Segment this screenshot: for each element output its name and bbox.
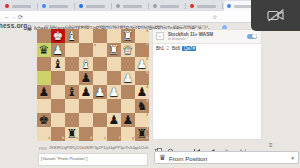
square-d2[interactable] (79, 113, 93, 127)
browser-tab[interactable] (150, 1, 186, 11)
square-d1[interactable]: d (79, 127, 93, 141)
square-b4[interactable] (51, 85, 65, 99)
black-queen: ♛ (37, 43, 51, 57)
move-token[interactable]: Bd6 (172, 46, 180, 51)
file-coordinate: f (119, 137, 120, 141)
variant-select-label: From Position (169, 155, 207, 162)
square-h8[interactable]: 8 (135, 29, 149, 43)
square-c8[interactable]: ♝ (65, 29, 79, 43)
square-f7[interactable]: ♜ (107, 43, 121, 57)
rank-coordinate: 1 (146, 128, 148, 132)
tab-favicon (190, 4, 194, 8)
square-h1[interactable]: ♜1h (135, 127, 149, 141)
square-f1[interactable]: f (107, 127, 121, 141)
tab-favicon (227, 4, 231, 8)
square-h4[interactable]: ♟4 (135, 85, 149, 99)
file-coordinate: a (48, 137, 50, 141)
square-d3[interactable] (79, 99, 93, 113)
fen-row: FEN 1KB3R1/qP3RQ1/1b1B3P/3p2P1/p1bpPP1p/… (39, 146, 151, 152)
square-b6[interactable]: ♝ (51, 57, 65, 71)
square-d6[interactable]: ♝ (79, 57, 93, 71)
tab-separator (222, 3, 223, 9)
white-bishop: ♝ (65, 29, 79, 43)
toggle-knob (252, 34, 256, 38)
black-pawn: ♟ (79, 85, 93, 99)
camera-off-icon (266, 8, 286, 23)
square-g2[interactable]: ♟ (121, 113, 135, 127)
square-e5[interactable] (93, 71, 107, 85)
black-pawn: ♟ (37, 85, 51, 99)
square-d8[interactable] (79, 29, 93, 43)
file-coordinate: c (76, 137, 78, 141)
browser-tab[interactable] (187, 1, 223, 11)
square-e4[interactable]: ♟ (93, 85, 107, 99)
square-c1[interactable]: ♜c (65, 127, 79, 141)
square-a5[interactable] (37, 71, 51, 85)
pgn-text: [Variant "From Position"] (41, 156, 87, 161)
square-g8[interactable]: ♜ (121, 29, 135, 43)
move-token[interactable]: Bh1 (156, 46, 164, 51)
tab-favicon (79, 4, 83, 8)
chevron-down-icon: ▾ (291, 155, 294, 161)
rank-coordinate: 3 (146, 100, 148, 104)
engine-eval: – (156, 32, 164, 40)
square-a6[interactable] (37, 57, 51, 71)
tab-title-skeleton (123, 5, 142, 8)
engine-mode: in browser (168, 37, 186, 41)
engine-name: Stockfish 11+ WASM (168, 32, 213, 37)
move-list: Bh12.Bd6Qa7# (156, 46, 198, 51)
white-rook: ♜ (107, 43, 121, 57)
square-b5[interactable] (51, 71, 65, 85)
analysis-controls: ≡ (152, 141, 300, 150)
square-e3[interactable] (93, 99, 107, 113)
site-logo[interactable]: lichess.org (0, 22, 28, 29)
square-a3[interactable] (37, 99, 51, 113)
bookmark-star-icon[interactable]: ☆ (212, 13, 217, 21)
move-hint-dot (94, 44, 96, 46)
square-h3[interactable]: ♞3 (135, 99, 149, 113)
tab-title-skeleton (49, 5, 68, 8)
square-h6[interactable]: ♟6 (135, 57, 149, 71)
square-f6[interactable] (107, 57, 121, 71)
square-e8[interactable] (93, 29, 107, 43)
square-g4[interactable] (121, 85, 135, 99)
file-coordinate: e (104, 137, 106, 141)
queen-piece-icon: ♛ (159, 154, 166, 162)
rank-coordinate: 2 (146, 114, 148, 118)
tab-title-skeleton (197, 5, 216, 8)
browser-tab[interactable] (39, 1, 75, 11)
rank-coordinate: 8 (146, 30, 148, 34)
rank-coordinate: 6 (146, 58, 148, 62)
browser-tab[interactable] (76, 1, 112, 11)
white-pawn: ♟ (107, 85, 121, 99)
square-c2[interactable] (65, 113, 79, 127)
chess-board: ♚♝♜8♛♟♜♛7♝♝♟6♟♟5♟♝♟♟♟♟4♞3♚♟♟2ab♜cdefg♜1h (37, 29, 149, 141)
file-coordinate: d (90, 137, 92, 141)
square-d5[interactable]: ♟ (79, 71, 93, 85)
black-king: ♚ (37, 113, 51, 127)
square-g5[interactable]: ♟ (121, 71, 135, 85)
tab-separator (37, 3, 38, 9)
square-c6[interactable] (65, 57, 79, 71)
white-pawn: ♟ (121, 71, 135, 85)
black-bishop: ♝ (51, 57, 65, 71)
tab-favicon (42, 4, 46, 8)
square-b8[interactable]: ♚ (51, 29, 65, 43)
variant-select[interactable]: ♛ From Position ▾ (154, 151, 299, 164)
square-a8[interactable] (37, 29, 51, 43)
white-bishop: ♝ (79, 57, 93, 71)
square-c7[interactable] (65, 43, 79, 57)
square-c4[interactable]: ♝ (65, 85, 79, 99)
square-d4[interactable]: ♟ (79, 85, 93, 99)
fen-input[interactable]: 1KB3R1/qP3RQ1/1b1B3P/3p2P1/p1bpPP1p/7n/k… (49, 146, 149, 150)
tab-title-skeleton (86, 5, 105, 8)
back-icon[interactable]: ← (4, 13, 10, 21)
square-h7[interactable]: 7 (135, 43, 149, 57)
tab-favicon (5, 4, 9, 8)
tab-title-skeleton (160, 5, 179, 8)
square-h2[interactable]: 2 (135, 113, 149, 127)
square-a4[interactable]: ♟ (37, 85, 51, 99)
reload-icon[interactable]: ⟳ (18, 13, 23, 21)
file-coordinate: b (62, 137, 64, 141)
white-rook: ♜ (121, 29, 135, 43)
white-king: ♚ (51, 29, 65, 43)
black-pawn: ♟ (79, 71, 93, 85)
square-a2[interactable]: ♚ (37, 113, 51, 127)
square-f4[interactable]: ♟ (107, 85, 121, 99)
browser-tab[interactable] (113, 1, 149, 11)
file-coordinate: h (146, 137, 148, 141)
square-g1[interactable]: g (121, 127, 135, 141)
square-f5[interactable] (107, 71, 121, 85)
black-pawn: ♟ (107, 113, 121, 127)
square-e6[interactable] (93, 57, 107, 71)
black-bishop: ♝ (65, 85, 79, 99)
square-e2[interactable] (93, 113, 107, 127)
tab-favicon (153, 4, 157, 8)
square-a1[interactable]: a (37, 127, 51, 141)
fen-label: FEN (39, 146, 47, 151)
square-c5[interactable] (65, 71, 79, 85)
camera-off-overlay (251, 0, 300, 31)
rank-coordinate: 5 (146, 72, 148, 76)
black-pawn: ♟ (121, 113, 135, 127)
square-g3[interactable] (121, 99, 135, 113)
white-pawn: ♟ (93, 85, 107, 99)
rank-coordinate: 7 (146, 44, 148, 48)
tab-separator (74, 3, 75, 9)
square-h5[interactable]: 5 (135, 71, 149, 85)
square-a7[interactable]: ♛ (37, 43, 51, 57)
engine-toggle[interactable] (247, 34, 257, 39)
tab-separator (111, 3, 112, 9)
square-c3[interactable] (65, 99, 79, 113)
square-f8[interactable] (107, 29, 121, 43)
move-token[interactable]: 2. (166, 46, 170, 51)
square-g7[interactable]: ♛ (121, 43, 135, 57)
tab-favicon (116, 4, 120, 8)
engine-header: – Stockfish 11+ WASM in browser (153, 30, 261, 44)
square-d7[interactable] (79, 43, 93, 57)
file-coordinate: g (132, 137, 134, 141)
browser-tab[interactable] (2, 1, 38, 11)
tab-title-skeleton (12, 5, 31, 8)
square-g6[interactable] (121, 57, 135, 71)
tab-separator (148, 3, 149, 9)
tab-separator (185, 3, 186, 9)
square-f3[interactable] (107, 99, 121, 113)
square-b1[interactable]: b (51, 127, 65, 141)
square-f2[interactable]: ♟ (107, 113, 121, 127)
square-b7[interactable]: ♟ (51, 43, 65, 57)
forward-icon[interactable]: → (11, 13, 17, 21)
browser-window: ← → ⟳ lichess.org/analysis/1KB3R1/qP3RQ1… (0, 0, 300, 168)
square-e1[interactable]: e (93, 127, 107, 141)
pgn-box[interactable]: [Variant "From Position"] (38, 153, 148, 166)
white-pawn: ♟ (51, 43, 65, 57)
white-queen: ♛ (121, 43, 135, 57)
analysis-panel: – Stockfish 11+ WASM in browser Bh12.Bd6… (152, 29, 262, 140)
square-b2[interactable] (51, 113, 65, 127)
rank-coordinate: 4 (146, 86, 148, 90)
square-b3[interactable] (51, 99, 65, 113)
current-move[interactable]: Qa7# (182, 46, 196, 51)
menu-icon[interactable]: ≡ (269, 141, 273, 149)
